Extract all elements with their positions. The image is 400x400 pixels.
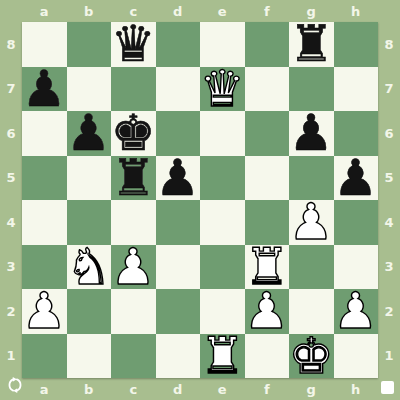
square-c3[interactable]: ♟♟: [111, 245, 156, 290]
black-rook-glyph: ♜: [289, 22, 334, 67]
square-e5[interactable]: [200, 156, 245, 201]
white-pawn-f2[interactable]: ♟♟: [245, 289, 290, 334]
file-label-d: d: [156, 0, 201, 22]
file-label-b: b: [67, 378, 112, 400]
square-h1[interactable]: [334, 334, 379, 379]
rank-label-4: 4: [378, 200, 400, 245]
rank-label-8: 8: [0, 22, 22, 67]
square-h8[interactable]: [334, 22, 379, 67]
rank-labels-right: 87654321: [378, 22, 400, 378]
file-label-a: a: [22, 378, 67, 400]
black-pawn-glyph: ♟: [156, 156, 201, 201]
black-queen-glyph: ♛: [111, 22, 156, 67]
rank-label-2: 2: [0, 289, 22, 334]
white-queen-e7[interactable]: ♛♛: [200, 67, 245, 112]
square-e6[interactable]: [200, 111, 245, 156]
file-label-b: b: [67, 0, 112, 22]
square-b5[interactable]: [67, 156, 112, 201]
square-g8[interactable]: ♜♜: [289, 22, 334, 67]
file-label-h: h: [334, 378, 379, 400]
chess-board: ♛♛♜♜♟♟♛♛♟♟♚♚♟♟♜♜♟♟♟♟♟♟♞♞♟♟♜♜♟♟♟♟♟♟♜♜♚♚: [22, 22, 378, 378]
square-a7[interactable]: ♟♟: [22, 67, 67, 112]
file-label-h: h: [334, 0, 379, 22]
square-f7[interactable]: [245, 67, 290, 112]
square-g4[interactable]: ♟♟: [289, 200, 334, 245]
square-a4[interactable]: [22, 200, 67, 245]
square-c2[interactable]: [111, 289, 156, 334]
square-h2[interactable]: ♟♟: [334, 289, 379, 334]
square-g1[interactable]: ♚♚: [289, 334, 334, 379]
square-d3[interactable]: [156, 245, 201, 290]
square-h7[interactable]: [334, 67, 379, 112]
square-e3[interactable]: [200, 245, 245, 290]
square-e1[interactable]: ♜♜: [200, 334, 245, 379]
white-pawn-a2[interactable]: ♟♟: [22, 289, 67, 334]
white-knight-glyph: ♞: [67, 245, 112, 290]
rank-label-3: 3: [378, 245, 400, 290]
black-pawn-a7[interactable]: ♟♟: [22, 67, 67, 112]
square-d2[interactable]: [156, 289, 201, 334]
square-a5[interactable]: [22, 156, 67, 201]
rank-label-1: 1: [378, 334, 400, 379]
square-h5[interactable]: ♟♟: [334, 156, 379, 201]
white-rook-glyph: ♜: [200, 334, 245, 379]
white-king-glyph: ♚: [289, 334, 334, 379]
rank-label-6: 6: [378, 111, 400, 156]
square-b6[interactable]: ♟♟: [67, 111, 112, 156]
rank-label-7: 7: [0, 67, 22, 112]
square-d1[interactable]: [156, 334, 201, 379]
flip-board-button[interactable]: [5, 376, 25, 396]
rank-label-7: 7: [378, 67, 400, 112]
black-pawn-h5[interactable]: ♟♟: [334, 156, 379, 201]
white-pawn-h2[interactable]: ♟♟: [334, 289, 379, 334]
file-label-a: a: [22, 0, 67, 22]
square-a1[interactable]: [22, 334, 67, 379]
black-pawn-glyph: ♟: [334, 156, 379, 201]
square-f5[interactable]: [245, 156, 290, 201]
rank-label-8: 8: [378, 22, 400, 67]
file-label-f: f: [245, 0, 290, 22]
white-pawn-glyph: ♟: [111, 245, 156, 290]
white-pawn-glyph: ♟: [22, 289, 67, 334]
black-rook-glyph: ♜: [111, 156, 156, 201]
white-to-move-indicator: [381, 381, 394, 394]
square-f2[interactable]: ♟♟: [245, 289, 290, 334]
black-pawn-b6[interactable]: ♟♟: [67, 111, 112, 156]
square-c5[interactable]: ♜♜: [111, 156, 156, 201]
square-e4[interactable]: [200, 200, 245, 245]
square-c8[interactable]: ♛♛: [111, 22, 156, 67]
file-label-f: f: [245, 378, 290, 400]
square-b1[interactable]: [67, 334, 112, 379]
file-label-c: c: [111, 378, 156, 400]
white-knight-b3[interactable]: ♞♞: [67, 245, 112, 290]
chess-diagram: abcdefgh abcdefgh 87654321 87654321 ♛♛♜♜…: [0, 0, 400, 400]
square-h4[interactable]: [334, 200, 379, 245]
black-rook-g8[interactable]: ♜♜: [289, 22, 334, 67]
square-c1[interactable]: [111, 334, 156, 379]
flip-board-icon: [6, 376, 24, 397]
black-queen-c8[interactable]: ♛♛: [111, 22, 156, 67]
white-pawn-c3[interactable]: ♟♟: [111, 245, 156, 290]
square-a2[interactable]: ♟♟: [22, 289, 67, 334]
rank-label-6: 6: [0, 111, 22, 156]
square-d7[interactable]: [156, 67, 201, 112]
black-pawn-g6[interactable]: ♟♟: [289, 111, 334, 156]
square-a6[interactable]: [22, 111, 67, 156]
black-pawn-glyph: ♟: [67, 111, 112, 156]
square-b8[interactable]: [67, 22, 112, 67]
white-king-g1[interactable]: ♚♚: [289, 334, 334, 379]
square-b3[interactable]: ♞♞: [67, 245, 112, 290]
black-pawn-glyph: ♟: [289, 111, 334, 156]
square-e7[interactable]: ♛♛: [200, 67, 245, 112]
square-f6[interactable]: [245, 111, 290, 156]
rank-label-2: 2: [378, 289, 400, 334]
white-rook-e1[interactable]: ♜♜: [200, 334, 245, 379]
square-b2[interactable]: [67, 289, 112, 334]
black-pawn-glyph: ♟: [22, 67, 67, 112]
rank-label-3: 3: [0, 245, 22, 290]
rank-labels-left: 87654321: [0, 22, 22, 378]
white-queen-glyph: ♛: [200, 67, 245, 112]
white-pawn-glyph: ♟: [289, 200, 334, 245]
black-rook-c5[interactable]: ♜♜: [111, 156, 156, 201]
rank-label-5: 5: [378, 156, 400, 201]
black-pawn-d5[interactable]: ♟♟: [156, 156, 201, 201]
square-g6[interactable]: ♟♟: [289, 111, 334, 156]
white-pawn-glyph: ♟: [334, 289, 379, 334]
file-label-d: d: [156, 378, 201, 400]
square-d5[interactable]: ♟♟: [156, 156, 201, 201]
rank-label-5: 5: [0, 156, 22, 201]
file-label-e: e: [200, 0, 245, 22]
square-f1[interactable]: [245, 334, 290, 379]
square-d4[interactable]: [156, 200, 201, 245]
square-g3[interactable]: [289, 245, 334, 290]
white-pawn-g4[interactable]: ♟♟: [289, 200, 334, 245]
rank-label-4: 4: [0, 200, 22, 245]
white-pawn-glyph: ♟: [245, 289, 290, 334]
square-d8[interactable]: [156, 22, 201, 67]
rank-label-1: 1: [0, 334, 22, 379]
square-f8[interactable]: [245, 22, 290, 67]
